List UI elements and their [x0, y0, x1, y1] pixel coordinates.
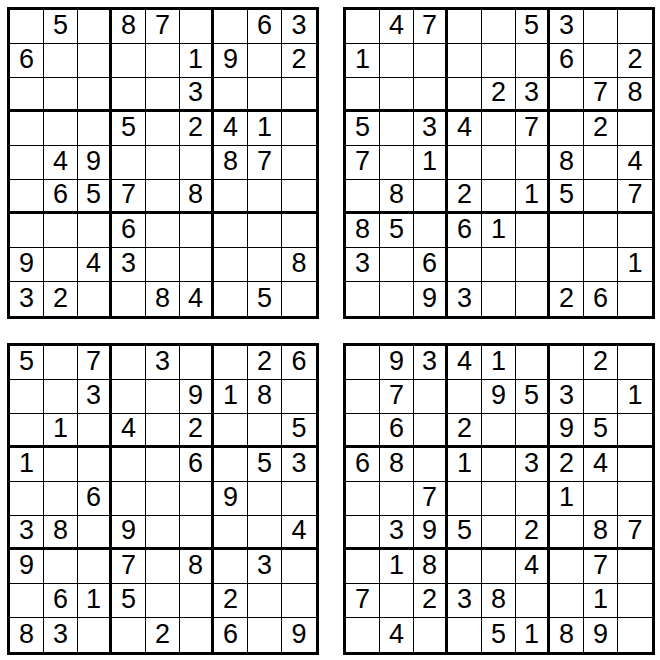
- cell-r3c1[interactable]: [10, 78, 44, 112]
- cell-r8c3: 1: [78, 584, 112, 618]
- cell-r9c3[interactable]: [78, 618, 112, 652]
- cell-r8c9[interactable]: [618, 584, 652, 618]
- cell-r5c5[interactable]: [146, 482, 180, 516]
- cell-r1c8[interactable]: [584, 10, 618, 44]
- cell-r3c8[interactable]: [248, 78, 282, 112]
- sudoku-board-bottom-left: 573263918142516536938949783615283269: [7, 343, 319, 655]
- cell-r9c4[interactable]: [448, 618, 482, 652]
- cell-r5c5[interactable]: [482, 482, 516, 516]
- cell-r9c3: 9: [414, 282, 448, 316]
- cell-r8c5: 8: [482, 584, 516, 618]
- cell-r6c5[interactable]: [482, 180, 516, 214]
- cell-r2c5[interactable]: [146, 380, 180, 414]
- cell-r1c9[interactable]: [618, 346, 652, 380]
- cell-r8c9[interactable]: [282, 584, 316, 618]
- cell-r1c6[interactable]: [180, 10, 214, 44]
- cell-r9c3[interactable]: [414, 618, 448, 652]
- cell-r5c8[interactable]: [584, 482, 618, 516]
- cell-r3c2: 1: [44, 414, 78, 448]
- cell-r6c9: 7: [618, 180, 652, 214]
- cell-r7c2[interactable]: [44, 214, 78, 248]
- cell-r9c5: 5: [482, 618, 516, 652]
- cell-r4c1[interactable]: [10, 112, 44, 146]
- cell-r1c1: 5: [10, 346, 44, 380]
- cell-r9c9[interactable]: [618, 618, 652, 652]
- cell-r1c7: 3: [550, 10, 584, 44]
- cell-r4c9: 3: [282, 448, 316, 482]
- cell-r4c2[interactable]: [380, 112, 414, 146]
- cell-r8c1: 3: [346, 248, 380, 282]
- cell-r8c5[interactable]: [146, 584, 180, 618]
- cell-r1c5[interactable]: [482, 10, 516, 44]
- cell-r7c9[interactable]: [618, 214, 652, 248]
- cell-r6c8[interactable]: [248, 516, 282, 550]
- cell-r1c9[interactable]: [618, 10, 652, 44]
- cell-r5c5[interactable]: [482, 146, 516, 180]
- cell-r9c6: 4: [180, 282, 214, 316]
- cell-r2c2[interactable]: [380, 44, 414, 78]
- cell-r7c4[interactable]: [448, 550, 482, 584]
- cell-r4c6: 2: [180, 112, 214, 146]
- cell-r9c8[interactable]: [248, 618, 282, 652]
- cell-r8c5[interactable]: [146, 248, 180, 282]
- cell-r3c3[interactable]: [414, 414, 448, 448]
- cell-r6c6: 8: [180, 180, 214, 214]
- cell-r2c6: 1: [180, 44, 214, 78]
- cell-r5c7: 8: [550, 146, 584, 180]
- cell-r7c2: 5: [380, 214, 414, 248]
- cell-r4c3[interactable]: [78, 448, 112, 482]
- cell-r4c8: 5: [248, 448, 282, 482]
- cell-r9c6: 1: [516, 618, 550, 652]
- cell-r9c3[interactable]: [78, 282, 112, 316]
- cell-r2c4[interactable]: [112, 380, 146, 414]
- cell-r7c3[interactable]: [414, 214, 448, 248]
- cell-r7c2[interactable]: [44, 550, 78, 584]
- cell-r7c2: 1: [380, 550, 414, 584]
- cell-r4c3[interactable]: [78, 112, 112, 146]
- cell-r2c5[interactable]: [482, 44, 516, 78]
- cell-r7c6[interactable]: [516, 214, 550, 248]
- cell-r2c6: 9: [180, 380, 214, 414]
- sudoku-board-top-right: 475316223785347271848215785613619326: [343, 7, 655, 319]
- cell-r9c5: 2: [146, 618, 180, 652]
- cell-r4c6: 3: [516, 448, 550, 482]
- cell-r3c9: 5: [282, 414, 316, 448]
- cell-r8c7[interactable]: [550, 248, 584, 282]
- cell-r3c3[interactable]: [78, 414, 112, 448]
- cell-r1c7[interactable]: [214, 10, 248, 44]
- cell-r8c7[interactable]: [214, 248, 248, 282]
- cell-r1c1[interactable]: [10, 10, 44, 44]
- cell-r5c2[interactable]: [44, 482, 78, 516]
- cell-r1c4[interactable]: [448, 10, 482, 44]
- cell-r1c4: 4: [448, 346, 482, 380]
- cell-r7c6: 4: [516, 550, 550, 584]
- cell-r5c3: 7: [414, 482, 448, 516]
- cell-r5c4[interactable]: [112, 146, 146, 180]
- cell-r4c8: 4: [584, 448, 618, 482]
- cell-r9c2: 3: [44, 618, 78, 652]
- cell-r8c5[interactable]: [482, 248, 516, 282]
- cell-r1c4: 8: [112, 10, 146, 44]
- cell-r8c4: 3: [112, 248, 146, 282]
- cell-r6c5[interactable]: [146, 516, 180, 550]
- cell-r3c3[interactable]: [414, 78, 448, 112]
- cell-r6c3[interactable]: [414, 180, 448, 214]
- cell-r7c1: 8: [346, 214, 380, 248]
- cell-r1c3[interactable]: [78, 10, 112, 44]
- cell-r7c7[interactable]: [550, 550, 584, 584]
- cell-r9c5: 8: [146, 282, 180, 316]
- cell-r6c7[interactable]: [214, 180, 248, 214]
- cell-r8c6[interactable]: [180, 248, 214, 282]
- cell-r3c5[interactable]: [146, 414, 180, 448]
- cell-r8c9: 1: [618, 248, 652, 282]
- cell-r4c5[interactable]: [146, 448, 180, 482]
- cell-r1c6[interactable]: [516, 346, 550, 380]
- cell-r8c4: 5: [112, 584, 146, 618]
- cell-r2c8[interactable]: [584, 380, 618, 414]
- cell-r9c1[interactable]: [346, 282, 380, 316]
- cell-r6c1[interactable]: [10, 180, 44, 214]
- cell-r7c5[interactable]: [146, 550, 180, 584]
- cell-r3c7[interactable]: [214, 414, 248, 448]
- cell-r9c9: 9: [282, 618, 316, 652]
- cell-r9c1: 8: [10, 618, 44, 652]
- cell-r2c3[interactable]: [78, 44, 112, 78]
- cell-r6c7: 5: [550, 180, 584, 214]
- cell-r8c4[interactable]: [448, 248, 482, 282]
- cell-r3c9[interactable]: [618, 414, 652, 448]
- cell-r6c9: 4: [282, 516, 316, 550]
- cell-r2c9[interactable]: [282, 380, 316, 414]
- cell-r3c5: 2: [482, 78, 516, 112]
- cell-r9c6[interactable]: [180, 618, 214, 652]
- cell-r8c8[interactable]: [248, 584, 282, 618]
- cell-r5c9: 4: [618, 146, 652, 180]
- cell-r3c9[interactable]: [282, 78, 316, 112]
- cell-r4c5[interactable]: [482, 112, 516, 146]
- cell-r5c1[interactable]: [10, 482, 44, 516]
- cell-r6c5[interactable]: [482, 516, 516, 550]
- cell-r3c8: 5: [584, 414, 618, 448]
- cell-r6c7[interactable]: [214, 516, 248, 550]
- cell-r7c9[interactable]: [282, 550, 316, 584]
- cell-r1c1[interactable]: [346, 346, 380, 380]
- cell-r8c6[interactable]: [516, 248, 550, 282]
- cell-r6c1[interactable]: [346, 180, 380, 214]
- cell-r1c3: 3: [414, 346, 448, 380]
- cell-r1c2: 5: [44, 10, 78, 44]
- cell-r4c2: 8: [380, 448, 414, 482]
- cell-r5c6[interactable]: [516, 146, 550, 180]
- cell-r9c6[interactable]: [516, 282, 550, 316]
- cell-r3c6: 3: [180, 78, 214, 112]
- cell-r2c3: 3: [78, 380, 112, 414]
- cell-r2c3[interactable]: [414, 44, 448, 78]
- cell-r7c3[interactable]: [78, 214, 112, 248]
- cell-r6c3: 5: [78, 180, 112, 214]
- cell-r7c8[interactable]: [584, 214, 618, 248]
- cell-r2c9: 1: [618, 380, 652, 414]
- cell-r6c4: 9: [112, 516, 146, 550]
- cell-r6c8[interactable]: [248, 180, 282, 214]
- cell-r4c4: 5: [112, 112, 146, 146]
- cell-r4c3[interactable]: [414, 448, 448, 482]
- cell-r5c6[interactable]: [180, 146, 214, 180]
- cell-r4c2[interactable]: [44, 448, 78, 482]
- cell-r4c2[interactable]: [44, 112, 78, 146]
- cell-r5c2: 4: [44, 146, 78, 180]
- cell-r3c6[interactable]: [516, 414, 550, 448]
- cell-r1c4[interactable]: [112, 346, 146, 380]
- cell-r7c7[interactable]: [214, 214, 248, 248]
- cell-r9c8: 6: [584, 282, 618, 316]
- cell-r9c2[interactable]: [380, 282, 414, 316]
- cell-r4c5[interactable]: [482, 448, 516, 482]
- cell-r6c6: 2: [516, 516, 550, 550]
- cell-r7c9[interactable]: [618, 550, 652, 584]
- cell-r2c9: 2: [282, 44, 316, 78]
- cell-r7c4: 7: [112, 550, 146, 584]
- cell-r5c9[interactable]: [282, 146, 316, 180]
- cell-r5c6[interactable]: [516, 482, 550, 516]
- cell-r7c5[interactable]: [482, 550, 516, 584]
- cell-r1c8: 6: [248, 10, 282, 44]
- cell-r7c3[interactable]: [78, 550, 112, 584]
- cell-r2c2[interactable]: [44, 380, 78, 414]
- cell-r3c3[interactable]: [78, 78, 112, 112]
- cell-r3c7[interactable]: [214, 78, 248, 112]
- cell-r7c1[interactable]: [346, 550, 380, 584]
- cell-r5c5[interactable]: [146, 146, 180, 180]
- cell-r2c6[interactable]: [516, 44, 550, 78]
- cell-r6c9: 7: [618, 516, 652, 550]
- cell-r6c2: 8: [380, 180, 414, 214]
- cell-r2c7: 3: [550, 380, 584, 414]
- cell-r3c7: 9: [550, 414, 584, 448]
- cell-r9c2: 4: [380, 618, 414, 652]
- cell-r5c8[interactable]: [584, 146, 618, 180]
- cell-r2c4[interactable]: [112, 44, 146, 78]
- cell-r3c4: 4: [112, 414, 146, 448]
- cell-r7c4: 6: [112, 214, 146, 248]
- cell-r7c7[interactable]: [214, 550, 248, 584]
- cell-r7c6[interactable]: [180, 214, 214, 248]
- cell-r8c2: 6: [44, 584, 78, 618]
- cell-r9c8: 9: [584, 618, 618, 652]
- cell-r7c9[interactable]: [282, 214, 316, 248]
- cell-r1c8: 2: [584, 346, 618, 380]
- cell-r1c8: 2: [248, 346, 282, 380]
- cell-r3c6: 2: [180, 414, 214, 448]
- cell-r3c8: 7: [584, 78, 618, 112]
- cell-r2c4[interactable]: [448, 44, 482, 78]
- cell-r1c7[interactable]: [550, 346, 584, 380]
- cell-r2c2[interactable]: [44, 44, 78, 78]
- cell-r5c7: 8: [214, 146, 248, 180]
- cell-r7c8[interactable]: [248, 214, 282, 248]
- cell-r6c9[interactable]: [282, 180, 316, 214]
- cell-r8c2[interactable]: [44, 248, 78, 282]
- cell-r8c3: 2: [414, 584, 448, 618]
- cell-r5c7: 1: [550, 482, 584, 516]
- cell-r3c4[interactable]: [112, 78, 146, 112]
- cell-r5c3: 9: [78, 146, 112, 180]
- cell-r9c9[interactable]: [282, 282, 316, 316]
- cell-r2c8: 8: [248, 380, 282, 414]
- cell-r2c1[interactable]: [346, 380, 380, 414]
- cell-r4c9[interactable]: [282, 112, 316, 146]
- cell-r6c1[interactable]: [346, 516, 380, 550]
- cell-r9c4[interactable]: [112, 618, 146, 652]
- cell-r9c7: 8: [550, 618, 584, 652]
- cell-r9c7: 2: [550, 282, 584, 316]
- cell-r2c1[interactable]: [10, 380, 44, 414]
- cell-r4c6: 6: [180, 448, 214, 482]
- cell-r5c4[interactable]: [112, 482, 146, 516]
- cell-r8c9: 8: [282, 248, 316, 282]
- cell-r8c7: 2: [214, 584, 248, 618]
- cell-r5c7: 9: [214, 482, 248, 516]
- cell-r9c2: 2: [44, 282, 78, 316]
- cell-r3c2: 6: [380, 414, 414, 448]
- cell-r3c8[interactable]: [248, 414, 282, 448]
- cell-r8c1: 7: [346, 584, 380, 618]
- cell-r3c4[interactable]: [448, 78, 482, 112]
- cell-r5c4[interactable]: [448, 146, 482, 180]
- cell-r6c4: 5: [448, 516, 482, 550]
- cell-r6c3: 9: [414, 516, 448, 550]
- cell-r3c4: 2: [448, 414, 482, 448]
- cell-r5c2[interactable]: [380, 482, 414, 516]
- cell-r8c1[interactable]: [10, 584, 44, 618]
- cell-r5c1[interactable]: [346, 482, 380, 516]
- cell-r5c2[interactable]: [380, 146, 414, 180]
- cell-r3c1[interactable]: [10, 414, 44, 448]
- cell-r7c6: 8: [180, 550, 214, 584]
- cell-r5c8[interactable]: [248, 482, 282, 516]
- cell-r1c1[interactable]: [346, 10, 380, 44]
- cell-r7c8: 3: [248, 550, 282, 584]
- cell-r3c6: 3: [516, 78, 550, 112]
- cell-r6c4: 7: [112, 180, 146, 214]
- cell-r4c4[interactable]: [112, 448, 146, 482]
- cell-r1c6[interactable]: [180, 346, 214, 380]
- cell-r6c2: 3: [380, 516, 414, 550]
- cell-r3c1[interactable]: [346, 414, 380, 448]
- cell-r3c2[interactable]: [380, 78, 414, 112]
- cell-r8c3: 4: [78, 248, 112, 282]
- cell-r3c5[interactable]: [146, 78, 180, 112]
- cell-r6c8: 8: [584, 516, 618, 550]
- cell-r3c5[interactable]: [482, 414, 516, 448]
- cell-r9c5[interactable]: [482, 282, 516, 316]
- cell-r8c7[interactable]: [550, 584, 584, 618]
- cell-r8c6[interactable]: [516, 584, 550, 618]
- cell-r4c7[interactable]: [550, 112, 584, 146]
- cell-r5c9[interactable]: [618, 482, 652, 516]
- cell-r5c3: 1: [414, 146, 448, 180]
- cell-r4c7[interactable]: [214, 448, 248, 482]
- cell-r6c5[interactable]: [146, 180, 180, 214]
- cell-r9c7[interactable]: [214, 282, 248, 316]
- cell-r1c2: 9: [380, 346, 414, 380]
- cell-r1c6: 5: [516, 10, 550, 44]
- cell-r5c9[interactable]: [282, 482, 316, 516]
- cell-r5c6[interactable]: [180, 482, 214, 516]
- cell-r9c4[interactable]: [112, 282, 146, 316]
- cell-r3c7[interactable]: [550, 78, 584, 112]
- cell-r2c8[interactable]: [248, 44, 282, 78]
- cell-r9c9[interactable]: [618, 282, 652, 316]
- cell-r8c3: 6: [414, 248, 448, 282]
- cell-r8c6[interactable]: [180, 584, 214, 618]
- cell-r4c9[interactable]: [618, 112, 652, 146]
- cell-r7c8: 7: [584, 550, 618, 584]
- cell-r4c9[interactable]: [618, 448, 652, 482]
- cell-r1c5: 7: [146, 10, 180, 44]
- cell-r2c2: 7: [380, 380, 414, 414]
- cell-r5c4[interactable]: [448, 482, 482, 516]
- cell-r4c4: 4: [448, 112, 482, 146]
- cell-r1c2: 4: [380, 10, 414, 44]
- cell-r1c2[interactable]: [44, 346, 78, 380]
- cell-r8c8[interactable]: [584, 248, 618, 282]
- cell-r9c4: 3: [448, 282, 482, 316]
- cell-r1c5: 1: [482, 346, 516, 380]
- sudoku-board-top-left: 58763619235241498765786943832845: [7, 7, 319, 319]
- cell-r5c1[interactable]: [10, 146, 44, 180]
- cell-r4c7: 4: [214, 112, 248, 146]
- cell-r7c7[interactable]: [550, 214, 584, 248]
- cell-r2c5[interactable]: [146, 44, 180, 78]
- cell-r8c2[interactable]: [380, 584, 414, 618]
- cell-r4c6: 7: [516, 112, 550, 146]
- cell-r9c1: 3: [10, 282, 44, 316]
- cell-r9c1[interactable]: [346, 618, 380, 652]
- cell-r8c8[interactable]: [248, 248, 282, 282]
- cell-r4c5[interactable]: [146, 112, 180, 146]
- cell-r7c4: 6: [448, 214, 482, 248]
- cell-r4c1: 5: [346, 112, 380, 146]
- cell-r2c3[interactable]: [414, 380, 448, 414]
- cell-r2c7: 9: [214, 44, 248, 78]
- cell-r7c5[interactable]: [146, 214, 180, 248]
- cell-r3c2[interactable]: [44, 78, 78, 112]
- cell-r8c2[interactable]: [380, 248, 414, 282]
- cell-r3c1[interactable]: [346, 78, 380, 112]
- cell-r6c6[interactable]: [180, 516, 214, 550]
- cell-r6c2: 6: [44, 180, 78, 214]
- cell-r4c8: 1: [248, 112, 282, 146]
- cell-r1c7[interactable]: [214, 346, 248, 380]
- cell-r6c3[interactable]: [78, 516, 112, 550]
- cell-r6c8[interactable]: [584, 180, 618, 214]
- cell-r9c8: 5: [248, 282, 282, 316]
- cell-r1c3: 7: [414, 10, 448, 44]
- cell-r2c9: 2: [618, 44, 652, 78]
- cell-r7c1[interactable]: [10, 214, 44, 248]
- cell-r6c6: 1: [516, 180, 550, 214]
- cell-r2c8[interactable]: [584, 44, 618, 78]
- cell-r7c3: 8: [414, 550, 448, 584]
- cell-r2c7: 1: [214, 380, 248, 414]
- cell-r4c7: 2: [550, 448, 584, 482]
- cell-r6c7[interactable]: [550, 516, 584, 550]
- cell-r2c4[interactable]: [448, 380, 482, 414]
